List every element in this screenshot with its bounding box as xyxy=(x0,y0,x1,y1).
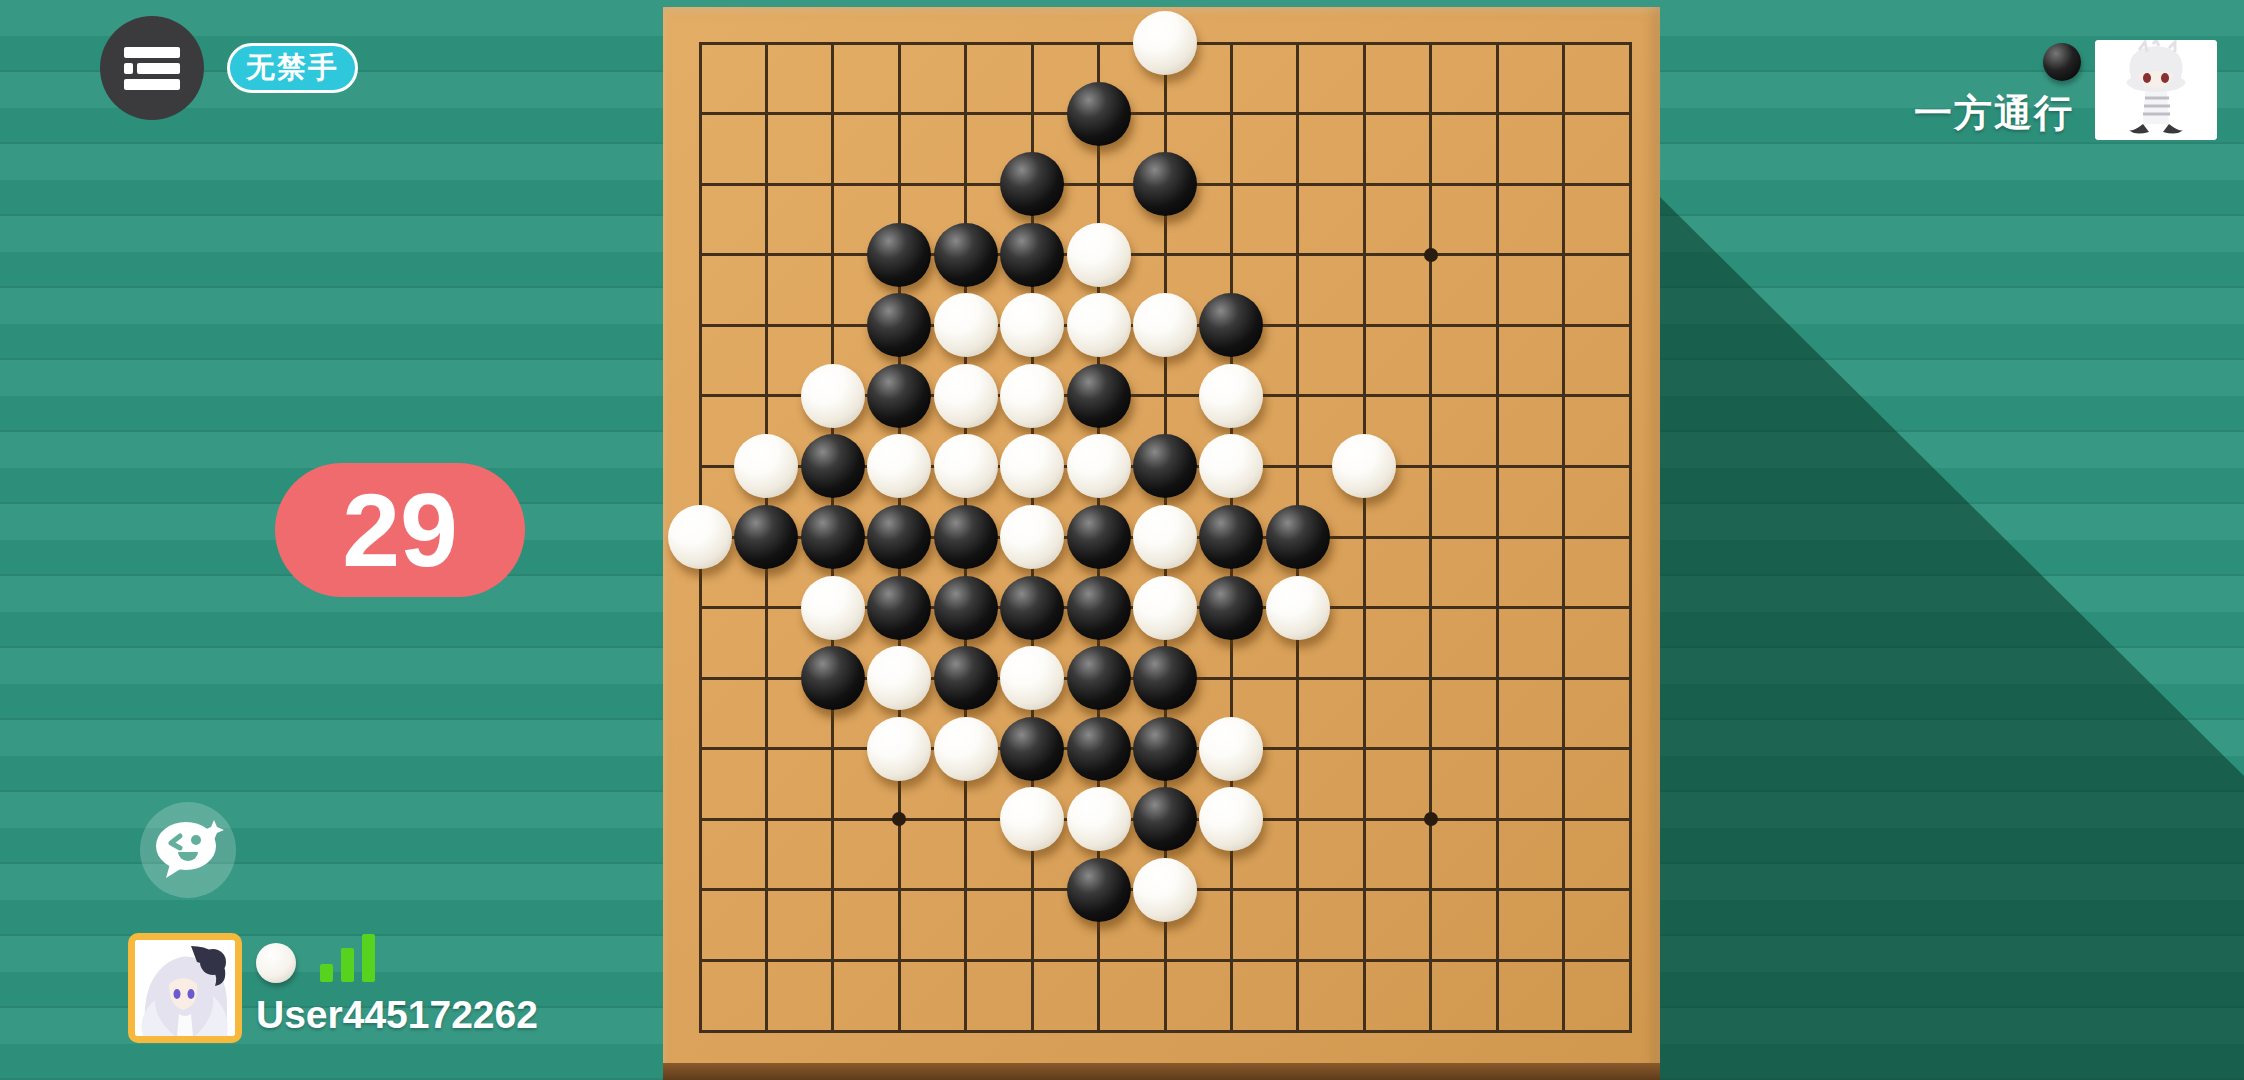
black-stone xyxy=(1199,293,1263,357)
white-stone xyxy=(934,293,998,357)
black-stone xyxy=(734,505,798,569)
white-stone xyxy=(1067,293,1131,357)
black-stone xyxy=(801,505,865,569)
black-stone xyxy=(1133,787,1197,851)
player-stone-indicator-white xyxy=(256,943,296,983)
move-timer: 29 xyxy=(275,463,525,597)
white-stone xyxy=(934,434,998,498)
white-stone xyxy=(867,434,931,498)
board-cast-shadow xyxy=(1660,0,2244,1080)
white-stone xyxy=(668,505,732,569)
black-stone xyxy=(1199,576,1263,640)
black-stone xyxy=(1067,82,1131,146)
white-stone xyxy=(1133,576,1197,640)
white-stone xyxy=(801,576,865,640)
player-name: User445172262 xyxy=(256,993,538,1037)
signal-strength-icon xyxy=(320,934,374,982)
white-stone xyxy=(1332,434,1396,498)
black-stone xyxy=(1133,646,1197,710)
black-stone xyxy=(1000,576,1064,640)
player-avatar-art xyxy=(135,940,235,1036)
white-stone xyxy=(934,364,998,428)
white-stone xyxy=(1266,576,1330,640)
black-stone xyxy=(1067,364,1131,428)
black-stone xyxy=(1133,717,1197,781)
white-stone xyxy=(1199,434,1263,498)
white-stone xyxy=(1199,717,1263,781)
rule-badge-label: 无禁手 xyxy=(246,48,339,88)
menu-icon xyxy=(124,47,180,58)
white-stone xyxy=(867,717,931,781)
rule-badge: 无禁手 xyxy=(227,43,358,93)
white-stone xyxy=(1000,787,1064,851)
white-stone xyxy=(1199,787,1263,851)
black-stone xyxy=(867,293,931,357)
black-stone xyxy=(1266,505,1330,569)
black-stone xyxy=(1067,717,1131,781)
black-stone xyxy=(801,434,865,498)
player-avatar[interactable] xyxy=(128,933,242,1043)
black-stone xyxy=(867,364,931,428)
black-stone xyxy=(1067,646,1131,710)
board-front-edge xyxy=(663,1063,1660,1080)
black-stone xyxy=(934,223,998,287)
white-stone xyxy=(1067,434,1131,498)
white-stone xyxy=(934,717,998,781)
grid-line xyxy=(699,1030,1632,1033)
star-point xyxy=(1424,248,1438,262)
black-stone xyxy=(1000,223,1064,287)
move-timer-value: 29 xyxy=(342,471,458,590)
menu-icon xyxy=(137,63,180,74)
grid-line xyxy=(699,959,1632,962)
white-stone xyxy=(1000,434,1064,498)
white-stone xyxy=(1000,505,1064,569)
black-stone xyxy=(1067,576,1131,640)
gomoku-board[interactable] xyxy=(663,7,1660,1080)
menu-icon xyxy=(124,79,180,90)
white-stone xyxy=(1067,223,1131,287)
white-stone xyxy=(1133,293,1197,357)
opponent-avatar-art xyxy=(2095,40,2217,140)
opponent-stone-indicator-black xyxy=(2043,43,2081,81)
white-stone xyxy=(1133,858,1197,922)
menu-button[interactable] xyxy=(100,16,204,120)
grid-line xyxy=(699,253,1632,256)
black-stone xyxy=(1067,505,1131,569)
opponent-avatar[interactable] xyxy=(2095,40,2217,140)
white-stone xyxy=(734,434,798,498)
gomoku-game-screen: 无禁手 29 User445172262 xyxy=(0,0,2244,1080)
white-stone xyxy=(1000,293,1064,357)
white-stone xyxy=(867,646,931,710)
chat-bubble-icon xyxy=(140,802,236,898)
chat-button[interactable] xyxy=(140,802,236,898)
star-point xyxy=(892,812,906,826)
black-stone xyxy=(867,505,931,569)
black-stone xyxy=(1067,858,1131,922)
black-stone xyxy=(801,646,865,710)
white-stone xyxy=(1133,505,1197,569)
black-stone xyxy=(934,505,998,569)
white-stone xyxy=(1000,646,1064,710)
white-stone xyxy=(1000,364,1064,428)
opponent-name: 一方通行 xyxy=(1914,88,2074,139)
black-stone xyxy=(867,576,931,640)
black-stone xyxy=(1133,152,1197,216)
black-stone xyxy=(1000,717,1064,781)
grid-line xyxy=(699,112,1632,115)
star-point xyxy=(1424,812,1438,826)
white-stone xyxy=(1133,11,1197,75)
white-stone xyxy=(1199,364,1263,428)
black-stone xyxy=(934,646,998,710)
white-stone xyxy=(1067,787,1131,851)
black-stone xyxy=(1133,434,1197,498)
white-stone xyxy=(801,364,865,428)
menu-icon xyxy=(124,63,133,74)
black-stone xyxy=(934,576,998,640)
black-stone xyxy=(1199,505,1263,569)
black-stone xyxy=(1000,152,1064,216)
black-stone xyxy=(867,223,931,287)
